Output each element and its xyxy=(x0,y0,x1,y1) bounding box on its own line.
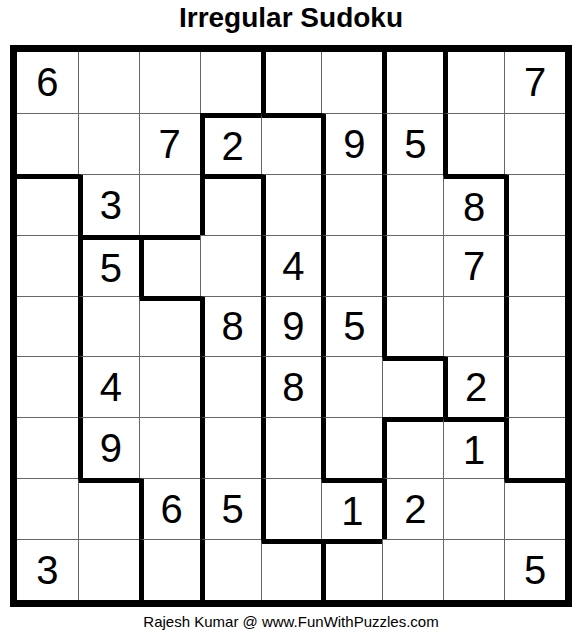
cell-r5c8[interactable] xyxy=(443,296,504,357)
cell-r2c4[interactable]: 2 xyxy=(200,113,261,174)
cell-r7c7[interactable] xyxy=(382,417,443,478)
cell-r5c9[interactable] xyxy=(504,296,565,357)
cell-r2c7[interactable]: 5 xyxy=(382,113,443,174)
cell-r7c1[interactable] xyxy=(17,417,78,478)
cell-r3c8[interactable]: 8 xyxy=(443,174,504,235)
given-digit: 9 xyxy=(100,428,122,468)
cell-r8c4[interactable]: 5 xyxy=(200,478,261,539)
cell-r9c9[interactable]: 5 xyxy=(504,539,565,600)
given-digit: 4 xyxy=(100,367,122,407)
given-digit: 6 xyxy=(36,62,58,102)
cell-r9c3[interactable] xyxy=(139,539,200,600)
cell-r7c8[interactable]: 1 xyxy=(443,417,504,478)
cell-r1c3[interactable] xyxy=(139,52,200,113)
cell-r4c9[interactable] xyxy=(504,235,565,296)
cell-r2c1[interactable] xyxy=(17,113,78,174)
cell-r4c8[interactable]: 7 xyxy=(443,235,504,296)
cell-r3c6[interactable] xyxy=(321,174,382,235)
cell-r2c5[interactable] xyxy=(261,113,322,174)
cell-r5c1[interactable] xyxy=(17,296,78,357)
cell-r6c7[interactable] xyxy=(382,356,443,417)
cell-r1c4[interactable] xyxy=(200,52,261,113)
cell-r4c1[interactable] xyxy=(17,235,78,296)
cell-r1c8[interactable] xyxy=(443,52,504,113)
cell-r1c5[interactable] xyxy=(261,52,322,113)
cell-r6c1[interactable] xyxy=(17,356,78,417)
given-digit: 5 xyxy=(343,306,365,346)
cell-r4c7[interactable] xyxy=(382,235,443,296)
cell-r9c5[interactable] xyxy=(261,539,322,600)
cell-r4c5[interactable]: 4 xyxy=(261,235,322,296)
given-digit: 6 xyxy=(161,489,183,529)
cell-r2c3[interactable]: 7 xyxy=(139,113,200,174)
cell-r5c7[interactable] xyxy=(382,296,443,357)
given-digit: 2 xyxy=(465,367,487,407)
cell-r4c6[interactable] xyxy=(321,235,382,296)
cell-r6c4[interactable] xyxy=(200,356,261,417)
cell-r2c8[interactable] xyxy=(443,113,504,174)
cell-r7c5[interactable] xyxy=(261,417,322,478)
cell-r7c4[interactable] xyxy=(200,417,261,478)
cell-r1c6[interactable] xyxy=(321,52,382,113)
given-digit: 9 xyxy=(343,124,365,164)
cell-r1c2[interactable] xyxy=(78,52,139,113)
cell-r7c6[interactable] xyxy=(321,417,382,478)
cell-r2c6[interactable]: 9 xyxy=(321,113,382,174)
cell-r5c2[interactable] xyxy=(78,296,139,357)
cell-r8c6[interactable]: 1 xyxy=(321,478,382,539)
cell-r6c5[interactable]: 8 xyxy=(261,356,322,417)
given-digit: 1 xyxy=(341,491,363,531)
cell-r5c5[interactable]: 9 xyxy=(261,296,322,357)
cell-r2c9[interactable] xyxy=(504,113,565,174)
cell-r8c8[interactable] xyxy=(443,478,504,539)
given-digit: 5 xyxy=(100,248,122,288)
cell-r9c6[interactable] xyxy=(321,539,382,600)
given-digit: 2 xyxy=(221,126,243,166)
cell-r8c9[interactable] xyxy=(504,478,565,539)
cell-r9c8[interactable] xyxy=(443,539,504,600)
cell-r3c5[interactable] xyxy=(261,174,322,235)
cell-r3c7[interactable] xyxy=(382,174,443,235)
given-digit: 1 xyxy=(463,430,485,470)
given-digit: 7 xyxy=(159,124,181,164)
cell-r1c1[interactable]: 6 xyxy=(17,52,78,113)
given-digit: 4 xyxy=(282,246,304,286)
cell-r7c2[interactable]: 9 xyxy=(78,417,139,478)
cell-r3c9[interactable] xyxy=(504,174,565,235)
given-digit: 3 xyxy=(100,185,122,225)
cell-r6c8[interactable]: 2 xyxy=(443,356,504,417)
cell-r6c3[interactable] xyxy=(139,356,200,417)
cell-r7c3[interactable] xyxy=(139,417,200,478)
cell-r3c3[interactable] xyxy=(139,174,200,235)
cell-r8c2[interactable] xyxy=(78,478,139,539)
cell-r3c4[interactable] xyxy=(200,174,261,235)
given-digit: 3 xyxy=(36,550,58,590)
cell-r6c2[interactable]: 4 xyxy=(78,356,139,417)
cell-r6c9[interactable] xyxy=(504,356,565,417)
cell-r6c6[interactable] xyxy=(321,356,382,417)
given-digit: 2 xyxy=(404,489,426,529)
cell-r3c1[interactable] xyxy=(17,174,78,235)
cell-r7c9[interactable] xyxy=(504,417,565,478)
given-digit: 5 xyxy=(524,550,546,590)
cell-r8c1[interactable] xyxy=(17,478,78,539)
given-digit: 5 xyxy=(221,489,243,529)
puzzle-page: Irregular Sudoku 67729538547895482916512… xyxy=(0,0,582,641)
cell-r9c4[interactable] xyxy=(200,539,261,600)
given-digit: 7 xyxy=(463,246,485,286)
given-digit: 5 xyxy=(404,124,426,164)
given-digit: 8 xyxy=(221,306,243,346)
cell-r4c2[interactable]: 5 xyxy=(78,235,139,296)
cell-r3c2[interactable]: 3 xyxy=(78,174,139,235)
cell-r8c7[interactable]: 2 xyxy=(382,478,443,539)
cell-r1c9[interactable]: 7 xyxy=(504,52,565,113)
cell-r8c3[interactable]: 6 xyxy=(139,478,200,539)
cell-r4c4[interactable] xyxy=(200,235,261,296)
page-title: Irregular Sudoku xyxy=(0,2,582,34)
cell-r5c3[interactable] xyxy=(139,296,200,357)
cell-r2c2[interactable] xyxy=(78,113,139,174)
given-digit: 8 xyxy=(282,367,304,407)
cell-r8c5[interactable] xyxy=(261,478,322,539)
given-digit: 7 xyxy=(524,62,546,102)
given-digit: 8 xyxy=(463,187,485,227)
cell-r5c4[interactable]: 8 xyxy=(200,296,261,357)
cell-r9c2[interactable] xyxy=(78,539,139,600)
cell-r9c1[interactable]: 3 xyxy=(17,539,78,600)
cell-r5c6[interactable]: 5 xyxy=(321,296,382,357)
cell-r4c3[interactable] xyxy=(139,235,200,296)
cell-r9c7[interactable] xyxy=(382,539,443,600)
credit-text: Rajesh Kumar @ www.FunWithPuzzles.com xyxy=(0,613,582,630)
given-digit: 9 xyxy=(282,306,304,346)
sudoku-board: 6772953854789548291651235 xyxy=(10,45,572,607)
cell-r1c7[interactable] xyxy=(382,52,443,113)
